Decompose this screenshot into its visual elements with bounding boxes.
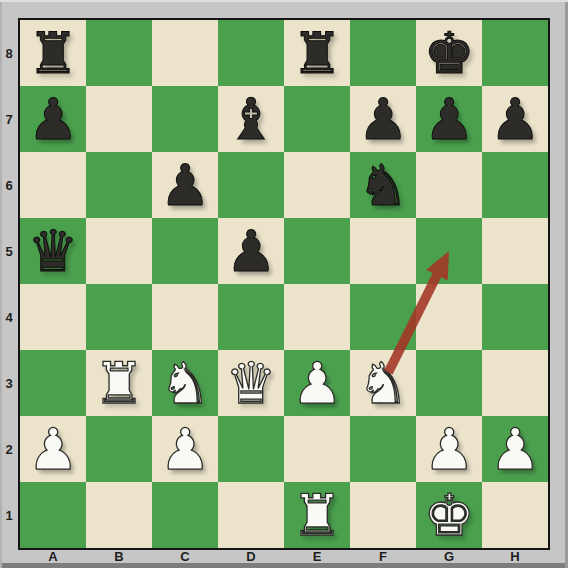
chess-board: ♜♜♚♟♝♟♟♟♟♞♛♟♜♞♛♟♞♟♟♟♟♜♚ bbox=[20, 20, 548, 548]
square-b4[interactable] bbox=[86, 284, 152, 350]
square-e1[interactable]: ♜ bbox=[284, 482, 350, 548]
square-f2[interactable] bbox=[350, 416, 416, 482]
rank-labels: 87654321 bbox=[0, 20, 18, 548]
square-h7[interactable]: ♟ bbox=[482, 86, 548, 152]
square-a5[interactable]: ♛ bbox=[20, 218, 86, 284]
piece-white-knight-f3[interactable]: ♞ bbox=[357, 350, 408, 416]
square-b8[interactable] bbox=[86, 20, 152, 86]
square-f6[interactable]: ♞ bbox=[350, 152, 416, 218]
square-a8[interactable]: ♜ bbox=[20, 20, 86, 86]
piece-black-pawn-c6[interactable]: ♟ bbox=[159, 152, 210, 218]
file-label-h: H bbox=[482, 548, 548, 564]
file-label-d: D bbox=[218, 548, 284, 564]
square-c2[interactable]: ♟ bbox=[152, 416, 218, 482]
square-f7[interactable]: ♟ bbox=[350, 86, 416, 152]
square-a2[interactable]: ♟ bbox=[20, 416, 86, 482]
square-a3[interactable] bbox=[20, 350, 86, 416]
file-label-f: F bbox=[350, 548, 416, 564]
square-g4[interactable] bbox=[416, 284, 482, 350]
rank-label-4: 4 bbox=[0, 284, 18, 350]
square-d1[interactable] bbox=[218, 482, 284, 548]
square-c4[interactable] bbox=[152, 284, 218, 350]
square-c1[interactable] bbox=[152, 482, 218, 548]
square-h4[interactable] bbox=[482, 284, 548, 350]
square-c7[interactable] bbox=[152, 86, 218, 152]
rank-label-5: 5 bbox=[0, 218, 18, 284]
square-g8[interactable]: ♚ bbox=[416, 20, 482, 86]
square-g5[interactable] bbox=[416, 218, 482, 284]
square-f1[interactable] bbox=[350, 482, 416, 548]
square-d2[interactable] bbox=[218, 416, 284, 482]
piece-white-pawn-e3[interactable]: ♟ bbox=[291, 350, 342, 416]
piece-black-knight-f6[interactable]: ♞ bbox=[357, 152, 408, 218]
square-e8[interactable]: ♜ bbox=[284, 20, 350, 86]
rank-label-1: 1 bbox=[0, 482, 18, 548]
square-h2[interactable]: ♟ bbox=[482, 416, 548, 482]
rank-label-3: 3 bbox=[0, 350, 18, 416]
square-c8[interactable] bbox=[152, 20, 218, 86]
square-e5[interactable] bbox=[284, 218, 350, 284]
piece-white-pawn-g2[interactable]: ♟ bbox=[423, 416, 474, 482]
square-b5[interactable] bbox=[86, 218, 152, 284]
square-a6[interactable] bbox=[20, 152, 86, 218]
piece-black-pawn-g7[interactable]: ♟ bbox=[423, 86, 474, 152]
square-b7[interactable] bbox=[86, 86, 152, 152]
square-h3[interactable] bbox=[482, 350, 548, 416]
square-b1[interactable] bbox=[86, 482, 152, 548]
square-h6[interactable] bbox=[482, 152, 548, 218]
square-f5[interactable] bbox=[350, 218, 416, 284]
square-d8[interactable] bbox=[218, 20, 284, 86]
square-f8[interactable] bbox=[350, 20, 416, 86]
file-labels: ABCDEFGH bbox=[20, 548, 548, 564]
square-d6[interactable] bbox=[218, 152, 284, 218]
square-c5[interactable] bbox=[152, 218, 218, 284]
square-d5[interactable]: ♟ bbox=[218, 218, 284, 284]
square-a4[interactable] bbox=[20, 284, 86, 350]
piece-white-rook-e1[interactable]: ♜ bbox=[291, 482, 342, 548]
square-g6[interactable] bbox=[416, 152, 482, 218]
piece-white-rook-b3[interactable]: ♜ bbox=[93, 350, 144, 416]
piece-black-pawn-h7[interactable]: ♟ bbox=[489, 86, 540, 152]
piece-white-knight-c3[interactable]: ♞ bbox=[159, 350, 210, 416]
rank-label-2: 2 bbox=[0, 416, 18, 482]
square-a7[interactable]: ♟ bbox=[20, 86, 86, 152]
square-b6[interactable] bbox=[86, 152, 152, 218]
square-d7[interactable]: ♝ bbox=[218, 86, 284, 152]
square-e2[interactable] bbox=[284, 416, 350, 482]
piece-white-king-g1[interactable]: ♚ bbox=[423, 482, 474, 548]
file-label-g: G bbox=[416, 548, 482, 564]
square-d3[interactable]: ♛ bbox=[218, 350, 284, 416]
file-label-a: A bbox=[20, 548, 86, 564]
file-label-b: B bbox=[86, 548, 152, 564]
square-e3[interactable]: ♟ bbox=[284, 350, 350, 416]
piece-white-queen-d3[interactable]: ♛ bbox=[225, 350, 276, 416]
square-h5[interactable] bbox=[482, 218, 548, 284]
square-h8[interactable] bbox=[482, 20, 548, 86]
square-e6[interactable] bbox=[284, 152, 350, 218]
square-b3[interactable]: ♜ bbox=[86, 350, 152, 416]
board-frame: 87654321 ABCDEFGH ♜♜♚♟♝♟♟♟♟♞♛♟♜♞♛♟♞♟♟♟♟♜… bbox=[0, 0, 568, 568]
square-g7[interactable]: ♟ bbox=[416, 86, 482, 152]
piece-black-pawn-d5[interactable]: ♟ bbox=[225, 218, 276, 284]
square-f4[interactable] bbox=[350, 284, 416, 350]
piece-black-pawn-f7[interactable]: ♟ bbox=[357, 86, 408, 152]
square-f3[interactable]: ♞ bbox=[350, 350, 416, 416]
piece-black-rook-a8[interactable]: ♜ bbox=[27, 20, 78, 86]
square-c6[interactable]: ♟ bbox=[152, 152, 218, 218]
piece-black-queen-a5[interactable]: ♛ bbox=[27, 218, 78, 284]
piece-black-pawn-a7[interactable]: ♟ bbox=[27, 86, 78, 152]
square-b2[interactable] bbox=[86, 416, 152, 482]
square-e4[interactable] bbox=[284, 284, 350, 350]
square-g2[interactable]: ♟ bbox=[416, 416, 482, 482]
file-label-c: C bbox=[152, 548, 218, 564]
rank-label-6: 6 bbox=[0, 152, 18, 218]
square-c3[interactable]: ♞ bbox=[152, 350, 218, 416]
square-a1[interactable] bbox=[20, 482, 86, 548]
square-g1[interactable]: ♚ bbox=[416, 482, 482, 548]
piece-black-king-g8[interactable]: ♚ bbox=[423, 20, 474, 86]
piece-white-pawn-h2[interactable]: ♟ bbox=[489, 416, 540, 482]
square-h1[interactable] bbox=[482, 482, 548, 548]
square-g3[interactable] bbox=[416, 350, 482, 416]
piece-white-pawn-c2[interactable]: ♟ bbox=[159, 416, 210, 482]
square-e7[interactable] bbox=[284, 86, 350, 152]
square-d4[interactable] bbox=[218, 284, 284, 350]
piece-white-pawn-a2[interactable]: ♟ bbox=[27, 416, 78, 482]
piece-black-rook-e8[interactable]: ♜ bbox=[291, 20, 342, 86]
rank-label-7: 7 bbox=[0, 86, 18, 152]
piece-black-bishop-d7[interactable]: ♝ bbox=[225, 86, 276, 152]
rank-label-8: 8 bbox=[0, 20, 18, 86]
file-label-e: E bbox=[284, 548, 350, 564]
